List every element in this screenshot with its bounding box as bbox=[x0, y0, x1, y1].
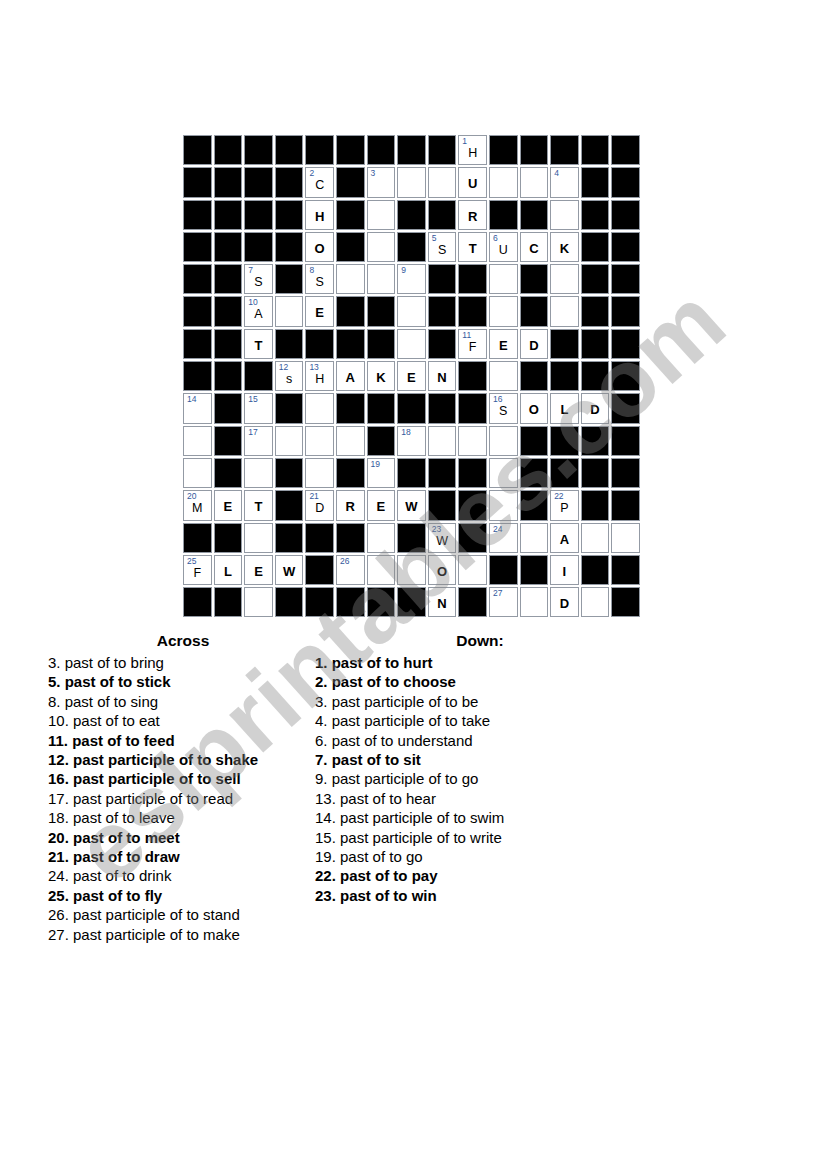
black-cell bbox=[336, 232, 365, 262]
empty-cell[interactable] bbox=[397, 167, 426, 197]
letter-cell[interactable]: D bbox=[550, 587, 579, 617]
letter-cell[interactable]: O bbox=[520, 393, 549, 423]
empty-cell[interactable] bbox=[397, 296, 426, 326]
letter-cell[interactable]: A bbox=[336, 361, 365, 391]
across-header: Across bbox=[48, 632, 318, 650]
empty-cell[interactable]: 19 bbox=[367, 458, 396, 488]
letter-cell[interactable]: I bbox=[550, 555, 579, 585]
clue-number: 5 bbox=[432, 234, 437, 243]
letter-cell[interactable]: E bbox=[489, 329, 518, 359]
black-cell bbox=[336, 200, 365, 230]
cell-letter: E bbox=[368, 500, 395, 513]
cell-letter: W bbox=[429, 535, 456, 548]
empty-cell[interactable] bbox=[581, 523, 610, 553]
empty-cell[interactable] bbox=[489, 296, 518, 326]
black-cell bbox=[428, 264, 457, 294]
across-clue-5: 5. past of to stick bbox=[48, 672, 318, 691]
empty-cell[interactable] bbox=[489, 361, 518, 391]
cell-letter: D bbox=[306, 502, 333, 515]
down-clue-9: 9. past participle of to go bbox=[315, 769, 645, 788]
empty-cell[interactable] bbox=[367, 264, 396, 294]
black-cell bbox=[458, 296, 487, 326]
empty-cell[interactable]: 24 bbox=[489, 523, 518, 553]
letter-cell[interactable]: D bbox=[581, 393, 610, 423]
letter-cell[interactable]: 12s bbox=[275, 361, 304, 391]
cell-letter: S bbox=[490, 405, 517, 418]
down-clue-19: 19. past of to go bbox=[315, 847, 645, 866]
black-cell bbox=[275, 264, 304, 294]
letter-cell[interactable]: E bbox=[214, 490, 243, 520]
clue-number: 10 bbox=[248, 298, 257, 307]
empty-cell[interactable] bbox=[244, 458, 273, 488]
black-cell bbox=[214, 393, 243, 423]
black-cell bbox=[550, 458, 579, 488]
black-cell bbox=[581, 361, 610, 391]
empty-cell[interactable] bbox=[367, 200, 396, 230]
cell-letter: C bbox=[306, 179, 333, 192]
black-cell bbox=[520, 264, 549, 294]
empty-cell[interactable] bbox=[611, 523, 640, 553]
empty-cell[interactable] bbox=[550, 264, 579, 294]
black-cell bbox=[183, 232, 212, 262]
cell-letter: U bbox=[459, 177, 486, 190]
empty-cell[interactable] bbox=[336, 264, 365, 294]
cell-letter: O bbox=[429, 565, 456, 578]
black-cell bbox=[367, 393, 396, 423]
cell-letter: M bbox=[184, 502, 211, 515]
down-clue-14: 14. past participle of to swim bbox=[315, 808, 645, 827]
cell-letter: K bbox=[368, 371, 395, 384]
letter-cell[interactable]: T bbox=[244, 490, 273, 520]
black-cell bbox=[397, 232, 426, 262]
cell-letter: D bbox=[521, 339, 548, 352]
letter-cell[interactable]: N bbox=[428, 361, 457, 391]
black-cell bbox=[611, 264, 640, 294]
letter-cell[interactable]: N bbox=[428, 587, 457, 617]
black-cell bbox=[305, 555, 334, 585]
letter-cell[interactable]: 5S bbox=[428, 232, 457, 262]
black-cell bbox=[581, 264, 610, 294]
black-cell bbox=[244, 200, 273, 230]
black-cell bbox=[275, 135, 304, 165]
cell-letter: T bbox=[245, 339, 272, 352]
empty-cell[interactable] bbox=[489, 490, 518, 520]
empty-cell[interactable] bbox=[244, 523, 273, 553]
cell-letter: L bbox=[551, 403, 578, 416]
black-cell bbox=[428, 200, 457, 230]
black-cell bbox=[183, 329, 212, 359]
black-cell bbox=[397, 135, 426, 165]
letter-cell[interactable]: T bbox=[458, 232, 487, 262]
black-cell bbox=[183, 200, 212, 230]
black-cell bbox=[367, 296, 396, 326]
empty-cell[interactable] bbox=[305, 426, 334, 456]
black-cell bbox=[611, 555, 640, 585]
empty-cell[interactable] bbox=[489, 264, 518, 294]
letter-cell[interactable]: T bbox=[244, 329, 273, 359]
cell-letter: D bbox=[551, 597, 578, 610]
empty-cell[interactable]: 26 bbox=[336, 555, 365, 585]
letter-cell[interactable]: O bbox=[428, 555, 457, 585]
across-clue-17: 17. past participle of to read bbox=[48, 789, 318, 808]
black-cell bbox=[336, 296, 365, 326]
cell-letter: H bbox=[459, 147, 486, 160]
down-clues-section: Down: 1. past of to hurt2. past of to ch… bbox=[315, 632, 645, 905]
empty-cell[interactable] bbox=[458, 426, 487, 456]
down-clue-13: 13. past of to hear bbox=[315, 789, 645, 808]
black-cell bbox=[336, 393, 365, 423]
letter-cell[interactable]: 21D bbox=[305, 490, 334, 520]
black-cell bbox=[458, 393, 487, 423]
cell-letter: E bbox=[398, 371, 425, 384]
cell-letter: s bbox=[276, 373, 303, 386]
black-cell bbox=[244, 232, 273, 262]
letter-cell[interactable]: 7S bbox=[244, 264, 273, 294]
cell-letter: O bbox=[306, 242, 333, 255]
letter-cell[interactable]: E bbox=[397, 361, 426, 391]
empty-cell[interactable]: 27 bbox=[489, 587, 518, 617]
clue-number: 22 bbox=[554, 492, 563, 501]
clue-number: 6 bbox=[493, 234, 498, 243]
letter-cell[interactable]: U bbox=[458, 167, 487, 197]
cell-letter: E bbox=[215, 500, 242, 513]
down-clue-22: 22. past of to pay bbox=[315, 866, 645, 885]
empty-cell[interactable] bbox=[550, 200, 579, 230]
cell-letter: W bbox=[398, 500, 425, 513]
across-clue-18: 18. past of to leave bbox=[48, 808, 318, 827]
empty-cell[interactable] bbox=[428, 426, 457, 456]
down-clue-list: 1. past of to hurt2. past of to choose3.… bbox=[315, 653, 645, 905]
down-clue-3: 3. past participle of to be bbox=[315, 692, 645, 711]
cell-letter: I bbox=[551, 565, 578, 578]
black-cell bbox=[275, 200, 304, 230]
clue-number: 4 bbox=[554, 169, 559, 178]
clue-number: 26 bbox=[340, 557, 349, 566]
across-clue-26: 26. past participle of to stand bbox=[48, 905, 318, 924]
black-cell bbox=[214, 458, 243, 488]
empty-cell[interactable]: 14 bbox=[183, 393, 212, 423]
letter-cell[interactable]: R bbox=[336, 490, 365, 520]
empty-cell[interactable] bbox=[520, 523, 549, 553]
clue-number: 14 bbox=[187, 395, 196, 404]
black-cell bbox=[336, 458, 365, 488]
cell-letter: P bbox=[551, 502, 578, 515]
clue-number: 16 bbox=[493, 395, 502, 404]
black-cell bbox=[244, 135, 273, 165]
cell-letter: L bbox=[215, 565, 242, 578]
black-cell bbox=[214, 329, 243, 359]
letter-cell[interactable]: 13H bbox=[305, 361, 334, 391]
letter-cell[interactable]: R bbox=[458, 200, 487, 230]
black-cell bbox=[611, 458, 640, 488]
empty-cell[interactable] bbox=[275, 296, 304, 326]
empty-cell[interactable] bbox=[520, 167, 549, 197]
empty-cell[interactable] bbox=[581, 587, 610, 617]
empty-cell[interactable]: 4 bbox=[550, 167, 579, 197]
letter-cell[interactable]: W bbox=[397, 490, 426, 520]
empty-cell[interactable]: 15 bbox=[244, 393, 273, 423]
black-cell bbox=[458, 587, 487, 617]
black-cell bbox=[367, 329, 396, 359]
cell-letter: C bbox=[521, 242, 548, 255]
black-cell bbox=[520, 490, 549, 520]
black-cell bbox=[336, 587, 365, 617]
empty-cell[interactable] bbox=[305, 458, 334, 488]
black-cell bbox=[305, 329, 334, 359]
black-cell bbox=[275, 523, 304, 553]
black-cell bbox=[550, 329, 579, 359]
letter-cell[interactable]: C bbox=[520, 232, 549, 262]
black-cell bbox=[244, 361, 273, 391]
black-cell bbox=[214, 264, 243, 294]
letter-cell[interactable]: 10A bbox=[244, 296, 273, 326]
empty-cell[interactable] bbox=[367, 555, 396, 585]
letter-cell[interactable]: K bbox=[367, 361, 396, 391]
empty-cell[interactable] bbox=[305, 393, 334, 423]
letter-cell[interactable]: L bbox=[214, 555, 243, 585]
clue-number: 25 bbox=[187, 557, 196, 566]
black-cell bbox=[581, 458, 610, 488]
empty-cell[interactable] bbox=[397, 329, 426, 359]
black-cell bbox=[520, 458, 549, 488]
letter-cell[interactable]: A bbox=[550, 523, 579, 553]
clue-number: 9 bbox=[401, 266, 406, 275]
letter-cell[interactable]: L bbox=[550, 393, 579, 423]
empty-cell[interactable]: 17 bbox=[244, 426, 273, 456]
across-clue-25: 25. past of to fly bbox=[48, 886, 318, 905]
black-cell bbox=[214, 200, 243, 230]
black-cell bbox=[397, 458, 426, 488]
down-clue-6: 6. past of to understand bbox=[315, 731, 645, 750]
black-cell bbox=[611, 329, 640, 359]
black-cell bbox=[611, 232, 640, 262]
black-cell bbox=[489, 200, 518, 230]
black-cell bbox=[305, 135, 334, 165]
down-clue-2: 2. past of to choose bbox=[315, 672, 645, 691]
black-cell bbox=[397, 523, 426, 553]
black-cell bbox=[275, 167, 304, 197]
across-clue-24: 24. past of to drink bbox=[48, 866, 318, 885]
black-cell bbox=[275, 329, 304, 359]
black-cell bbox=[336, 135, 365, 165]
clue-number: 7 bbox=[248, 266, 253, 275]
cell-letter: E bbox=[490, 339, 517, 352]
worksheet-page: eslprintables.com 1H2C3U4HRO5ST6UCK7S8S9… bbox=[0, 0, 821, 1169]
clue-number: 21 bbox=[309, 492, 318, 501]
letter-cell[interactable]: E bbox=[305, 296, 334, 326]
letter-cell[interactable]: 6U bbox=[489, 232, 518, 262]
across-clue-16: 16. past participle of to sell bbox=[48, 769, 318, 788]
letter-cell[interactable]: 25F bbox=[183, 555, 212, 585]
black-cell bbox=[581, 426, 610, 456]
cell-letter: D bbox=[582, 403, 609, 416]
black-cell bbox=[397, 200, 426, 230]
down-clue-1: 1. past of to hurt bbox=[315, 653, 645, 672]
black-cell bbox=[611, 167, 640, 197]
cell-letter: H bbox=[306, 210, 333, 223]
letter-cell[interactable]: W bbox=[275, 555, 304, 585]
black-cell bbox=[428, 329, 457, 359]
clue-number: 8 bbox=[309, 266, 314, 275]
clue-number: 3 bbox=[371, 169, 376, 178]
across-clue-10: 10. past of to eat bbox=[48, 711, 318, 730]
cell-letter: E bbox=[306, 306, 333, 319]
letter-cell[interactable]: 11F bbox=[458, 329, 487, 359]
black-cell bbox=[581, 329, 610, 359]
letter-cell[interactable]: 1H bbox=[458, 135, 487, 165]
empty-cell[interactable] bbox=[428, 167, 457, 197]
cell-letter: R bbox=[459, 210, 486, 223]
across-clues-section: Across 3. past of to bring5. past of to … bbox=[48, 632, 318, 944]
empty-cell[interactable] bbox=[489, 426, 518, 456]
black-cell bbox=[275, 458, 304, 488]
black-cell bbox=[275, 587, 304, 617]
black-cell bbox=[581, 135, 610, 165]
clue-number: 1 bbox=[462, 137, 467, 146]
black-cell bbox=[275, 490, 304, 520]
black-cell bbox=[183, 587, 212, 617]
down-clue-7: 7. past of to sit bbox=[315, 750, 645, 769]
empty-cell[interactable]: 18 bbox=[397, 426, 426, 456]
letter-cell[interactable]: E bbox=[367, 490, 396, 520]
cell-letter: S bbox=[245, 276, 272, 289]
black-cell bbox=[520, 361, 549, 391]
black-cell bbox=[581, 555, 610, 585]
black-cell bbox=[458, 361, 487, 391]
empty-cell[interactable] bbox=[397, 555, 426, 585]
empty-cell[interactable] bbox=[336, 426, 365, 456]
clue-number: 12 bbox=[279, 363, 288, 372]
black-cell bbox=[428, 135, 457, 165]
cell-letter: A bbox=[551, 533, 578, 546]
letter-cell[interactable]: E bbox=[244, 555, 273, 585]
black-cell bbox=[458, 490, 487, 520]
black-cell bbox=[489, 555, 518, 585]
black-cell bbox=[214, 135, 243, 165]
letter-cell[interactable]: 22P bbox=[550, 490, 579, 520]
black-cell bbox=[336, 167, 365, 197]
black-cell bbox=[183, 296, 212, 326]
cell-letter: T bbox=[245, 500, 272, 513]
cell-letter: A bbox=[245, 308, 272, 321]
letter-cell[interactable]: 8S bbox=[305, 264, 334, 294]
clue-number: 23 bbox=[432, 525, 441, 534]
black-cell bbox=[550, 135, 579, 165]
cell-letter: K bbox=[551, 242, 578, 255]
black-cell bbox=[611, 200, 640, 230]
empty-cell[interactable] bbox=[183, 426, 212, 456]
black-cell bbox=[458, 458, 487, 488]
cell-letter: N bbox=[429, 597, 456, 610]
clue-number: 19 bbox=[371, 460, 380, 469]
black-cell bbox=[611, 135, 640, 165]
across-clue-11: 11. past of to feed bbox=[48, 731, 318, 750]
clue-number: 17 bbox=[248, 428, 257, 437]
empty-cell[interactable] bbox=[550, 296, 579, 326]
across-clue-12: 12. past participle of to shake bbox=[48, 750, 318, 769]
black-cell bbox=[520, 135, 549, 165]
down-clue-23: 23. past of to win bbox=[315, 886, 645, 905]
black-cell bbox=[214, 523, 243, 553]
empty-cell[interactable] bbox=[244, 587, 273, 617]
clue-number: 11 bbox=[462, 331, 471, 340]
letter-cell[interactable]: 2C bbox=[305, 167, 334, 197]
black-cell bbox=[275, 393, 304, 423]
letter-cell[interactable]: O bbox=[305, 232, 334, 262]
black-cell bbox=[397, 393, 426, 423]
empty-cell[interactable] bbox=[367, 232, 396, 262]
down-clue-15: 15. past participle of to write bbox=[315, 828, 645, 847]
black-cell bbox=[183, 361, 212, 391]
letter-cell[interactable]: 23W bbox=[428, 523, 457, 553]
empty-cell[interactable] bbox=[520, 587, 549, 617]
letter-cell[interactable]: D bbox=[520, 329, 549, 359]
empty-cell[interactable] bbox=[489, 167, 518, 197]
black-cell bbox=[183, 135, 212, 165]
letter-cell[interactable]: 20M bbox=[183, 490, 212, 520]
black-cell bbox=[214, 426, 243, 456]
black-cell bbox=[489, 135, 518, 165]
empty-cell[interactable] bbox=[458, 555, 487, 585]
black-cell bbox=[428, 393, 457, 423]
clue-number: 18 bbox=[401, 428, 410, 437]
down-clue-4: 4. past participle of to take bbox=[315, 711, 645, 730]
black-cell bbox=[611, 587, 640, 617]
letter-cell[interactable]: K bbox=[550, 232, 579, 262]
black-cell bbox=[428, 490, 457, 520]
black-cell bbox=[581, 200, 610, 230]
black-cell bbox=[214, 587, 243, 617]
letter-cell[interactable]: H bbox=[305, 200, 334, 230]
black-cell bbox=[367, 135, 396, 165]
clue-number: 27 bbox=[493, 589, 502, 598]
empty-cell[interactable] bbox=[183, 458, 212, 488]
black-cell bbox=[581, 490, 610, 520]
black-cell bbox=[520, 296, 549, 326]
cell-letter: O bbox=[521, 403, 548, 416]
across-clue-20: 20. past of to meet bbox=[48, 828, 318, 847]
empty-cell[interactable]: 9 bbox=[397, 264, 426, 294]
black-cell bbox=[611, 426, 640, 456]
black-cell bbox=[458, 264, 487, 294]
clue-number: 13 bbox=[309, 363, 318, 372]
black-cell bbox=[581, 232, 610, 262]
cell-letter: R bbox=[337, 500, 364, 513]
letter-cell[interactable]: 16S bbox=[489, 393, 518, 423]
black-cell bbox=[183, 523, 212, 553]
empty-cell[interactable] bbox=[275, 426, 304, 456]
cell-letter: W bbox=[276, 565, 303, 578]
cell-letter: S bbox=[306, 276, 333, 289]
empty-cell[interactable] bbox=[489, 458, 518, 488]
black-cell bbox=[550, 361, 579, 391]
empty-cell[interactable] bbox=[367, 523, 396, 553]
clue-number: 15 bbox=[248, 395, 257, 404]
black-cell bbox=[428, 458, 457, 488]
black-cell bbox=[520, 555, 549, 585]
clue-number: 2 bbox=[309, 169, 314, 178]
black-cell bbox=[367, 587, 396, 617]
black-cell bbox=[397, 587, 426, 617]
clue-number: 24 bbox=[493, 525, 502, 534]
black-cell bbox=[336, 523, 365, 553]
cell-letter: A bbox=[337, 371, 364, 384]
cell-letter: N bbox=[429, 371, 456, 384]
cell-letter: U bbox=[490, 244, 517, 257]
empty-cell[interactable]: 3 bbox=[367, 167, 396, 197]
black-cell bbox=[611, 361, 640, 391]
cell-letter: S bbox=[429, 244, 456, 257]
